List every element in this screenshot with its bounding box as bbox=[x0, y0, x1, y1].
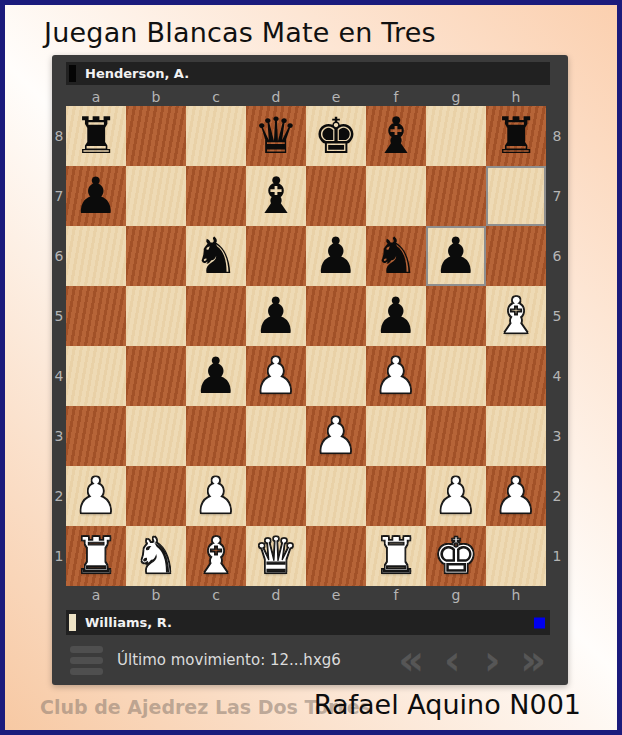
rank-label-1: 1 bbox=[546, 526, 568, 586]
square-b2[interactable] bbox=[126, 466, 186, 526]
square-b5[interactable] bbox=[126, 286, 186, 346]
white-bishop: ♝ bbox=[494, 286, 539, 346]
square-a3[interactable] bbox=[66, 406, 126, 466]
square-c6[interactable]: ♞ bbox=[186, 226, 246, 286]
page: Juegan Blancas Mate en Tres Henderson, A… bbox=[5, 5, 617, 730]
square-b7[interactable] bbox=[126, 166, 186, 226]
white-pawn: ♟ bbox=[254, 346, 299, 406]
square-d1[interactable]: ♛ bbox=[246, 526, 306, 586]
file-label-f: f bbox=[366, 586, 426, 604]
player-bar-white: Williams, R. bbox=[66, 610, 550, 635]
square-b8[interactable] bbox=[126, 106, 186, 166]
last-move-label: Último movimiento: 12...hxg6 bbox=[117, 651, 341, 669]
nav-last-button[interactable]: » bbox=[520, 640, 546, 680]
white-pawn: ♟ bbox=[194, 466, 239, 526]
square-e8[interactable]: ♚ bbox=[306, 106, 366, 166]
rank-label-8: 8 bbox=[546, 106, 568, 166]
black-pawn: ♟ bbox=[374, 286, 419, 346]
author-credit: Rafael Aquino N001 bbox=[314, 689, 581, 720]
file-labels-bottom: abcdefgh bbox=[66, 586, 546, 604]
rank-label-4: 4 bbox=[546, 346, 568, 406]
black-bishop: ♝ bbox=[254, 166, 299, 226]
file-label-a: a bbox=[66, 586, 126, 604]
rank-label-6: 6 bbox=[546, 226, 568, 286]
board-panel: Henderson, A. abcdefgh 87654321 ♜♛♚♝♜♟♝♞… bbox=[52, 55, 568, 685]
rank-labels-right: 87654321 bbox=[546, 106, 568, 586]
black-pawn: ♟ bbox=[74, 166, 119, 226]
black-king: ♚ bbox=[314, 106, 359, 166]
black-pawn: ♟ bbox=[314, 226, 359, 286]
menu-icon[interactable] bbox=[70, 646, 103, 675]
square-h2[interactable]: ♟ bbox=[486, 466, 546, 526]
rank-label-7: 7 bbox=[546, 166, 568, 226]
square-c1[interactable]: ♝ bbox=[186, 526, 246, 586]
square-f4[interactable]: ♟ bbox=[366, 346, 426, 406]
square-d5[interactable]: ♟ bbox=[246, 286, 306, 346]
square-g4[interactable] bbox=[426, 346, 486, 406]
rank-label-1: 1 bbox=[52, 526, 66, 586]
square-h3[interactable] bbox=[486, 406, 546, 466]
page-title: Juegan Blancas Mate en Tres bbox=[44, 17, 436, 48]
nav-first-button[interactable]: « bbox=[398, 640, 424, 680]
nav-next-button[interactable]: › bbox=[480, 640, 504, 680]
black-queen: ♛ bbox=[254, 106, 299, 166]
rank-label-3: 3 bbox=[546, 406, 568, 466]
file-label-h: h bbox=[486, 88, 546, 106]
file-label-f: f bbox=[366, 88, 426, 106]
square-c8[interactable] bbox=[186, 106, 246, 166]
square-c7[interactable] bbox=[186, 166, 246, 226]
file-label-b: b bbox=[126, 586, 186, 604]
rank-label-2: 2 bbox=[546, 466, 568, 526]
white-pawn: ♟ bbox=[494, 466, 539, 526]
black-bishop: ♝ bbox=[374, 106, 419, 166]
player-name-black: Henderson, A. bbox=[85, 66, 189, 81]
board-zone: 87654321 ♜♛♚♝♜♟♝♞♟♞♟♟♟♝♟♟♟♟♟♟♟♟♜♞♝♛♜♚ 87… bbox=[52, 106, 568, 586]
square-a7[interactable]: ♟ bbox=[66, 166, 126, 226]
square-a2[interactable]: ♟ bbox=[66, 466, 126, 526]
square-e4[interactable] bbox=[306, 346, 366, 406]
rank-label-4: 4 bbox=[52, 346, 66, 406]
square-h7[interactable] bbox=[486, 166, 546, 226]
white-rook: ♜ bbox=[374, 526, 419, 586]
white-color-indicator bbox=[69, 614, 76, 631]
square-d3[interactable] bbox=[246, 406, 306, 466]
square-d2[interactable] bbox=[246, 466, 306, 526]
square-g8[interactable] bbox=[426, 106, 486, 166]
square-h1[interactable] bbox=[486, 526, 546, 586]
square-h5[interactable]: ♝ bbox=[486, 286, 546, 346]
square-g3[interactable] bbox=[426, 406, 486, 466]
turn-indicator bbox=[534, 617, 545, 628]
square-g5[interactable] bbox=[426, 286, 486, 346]
rank-label-8: 8 bbox=[52, 106, 66, 166]
square-f6[interactable]: ♞ bbox=[366, 226, 426, 286]
square-a4[interactable] bbox=[66, 346, 126, 406]
square-d7[interactable]: ♝ bbox=[246, 166, 306, 226]
white-pawn: ♟ bbox=[314, 406, 359, 466]
square-d6[interactable] bbox=[246, 226, 306, 286]
square-h8[interactable]: ♜ bbox=[486, 106, 546, 166]
square-e6[interactable]: ♟ bbox=[306, 226, 366, 286]
square-b4[interactable] bbox=[126, 346, 186, 406]
square-f1[interactable]: ♜ bbox=[366, 526, 426, 586]
square-a1[interactable]: ♜ bbox=[66, 526, 126, 586]
file-label-d: d bbox=[246, 586, 306, 604]
file-label-e: e bbox=[306, 88, 366, 106]
white-pawn: ♟ bbox=[74, 466, 119, 526]
square-c3[interactable] bbox=[186, 406, 246, 466]
white-bishop: ♝ bbox=[194, 526, 239, 586]
square-e5[interactable] bbox=[306, 286, 366, 346]
square-d8[interactable]: ♛ bbox=[246, 106, 306, 166]
white-rook: ♜ bbox=[74, 526, 119, 586]
white-pawn: ♟ bbox=[374, 346, 419, 406]
square-g7[interactable] bbox=[426, 166, 486, 226]
black-pawn: ♟ bbox=[254, 286, 299, 346]
black-rook: ♜ bbox=[494, 106, 539, 166]
square-g6[interactable]: ♟ bbox=[426, 226, 486, 286]
file-labels-top: abcdefgh bbox=[66, 88, 546, 106]
move-navigation: «‹›» bbox=[398, 640, 546, 680]
chess-board: ♜♛♚♝♜♟♝♞♟♞♟♟♟♝♟♟♟♟♟♟♟♟♜♞♝♛♜♚ bbox=[66, 106, 546, 586]
nav-prev-button[interactable]: ‹ bbox=[440, 640, 464, 680]
black-pawn: ♟ bbox=[194, 346, 239, 406]
square-b3[interactable] bbox=[126, 406, 186, 466]
file-label-d: d bbox=[246, 88, 306, 106]
square-c2[interactable]: ♟ bbox=[186, 466, 246, 526]
square-g1[interactable]: ♚ bbox=[426, 526, 486, 586]
rank-label-2: 2 bbox=[52, 466, 66, 526]
square-d4[interactable]: ♟ bbox=[246, 346, 306, 406]
square-e1[interactable] bbox=[306, 526, 366, 586]
status-bar: Último movimiento: 12...hxg6 «‹›» bbox=[52, 635, 568, 685]
white-knight: ♞ bbox=[134, 526, 179, 586]
black-rook: ♜ bbox=[74, 106, 119, 166]
square-a6[interactable] bbox=[66, 226, 126, 286]
file-label-a: a bbox=[66, 88, 126, 106]
black-pawn: ♟ bbox=[434, 226, 479, 286]
rank-labels-left: 87654321 bbox=[52, 106, 66, 586]
square-a8[interactable]: ♜ bbox=[66, 106, 126, 166]
file-label-g: g bbox=[426, 88, 486, 106]
rank-label-7: 7 bbox=[52, 166, 66, 226]
square-e3[interactable]: ♟ bbox=[306, 406, 366, 466]
rank-label-3: 3 bbox=[52, 406, 66, 466]
rank-label-5: 5 bbox=[52, 286, 66, 346]
square-h6[interactable] bbox=[486, 226, 546, 286]
file-label-h: h bbox=[486, 586, 546, 604]
file-label-c: c bbox=[186, 88, 246, 106]
square-b6[interactable] bbox=[126, 226, 186, 286]
square-e7[interactable] bbox=[306, 166, 366, 226]
black-color-indicator bbox=[69, 65, 76, 82]
square-h4[interactable] bbox=[486, 346, 546, 406]
file-label-e: e bbox=[306, 586, 366, 604]
white-pawn: ♟ bbox=[434, 466, 479, 526]
square-c4[interactable]: ♟ bbox=[186, 346, 246, 406]
player-name-white: Williams, R. bbox=[85, 615, 172, 630]
square-f3[interactable] bbox=[366, 406, 426, 466]
white-king: ♚ bbox=[434, 526, 479, 586]
black-knight: ♞ bbox=[194, 226, 239, 286]
square-f5[interactable]: ♟ bbox=[366, 286, 426, 346]
player-bar-black: Henderson, A. bbox=[66, 62, 550, 85]
file-label-c: c bbox=[186, 586, 246, 604]
black-knight: ♞ bbox=[374, 226, 419, 286]
file-label-g: g bbox=[426, 586, 486, 604]
square-a5[interactable] bbox=[66, 286, 126, 346]
square-c5[interactable] bbox=[186, 286, 246, 346]
file-label-b: b bbox=[126, 88, 186, 106]
square-e2[interactable] bbox=[306, 466, 366, 526]
square-g2[interactable]: ♟ bbox=[426, 466, 486, 526]
square-f2[interactable] bbox=[366, 466, 426, 526]
rank-label-5: 5 bbox=[546, 286, 568, 346]
square-f8[interactable]: ♝ bbox=[366, 106, 426, 166]
square-b1[interactable]: ♞ bbox=[126, 526, 186, 586]
rank-label-6: 6 bbox=[52, 226, 66, 286]
square-f7[interactable] bbox=[366, 166, 426, 226]
white-queen: ♛ bbox=[254, 526, 299, 586]
